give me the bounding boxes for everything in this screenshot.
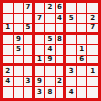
cell-r8c6[interactable]: 2 — [56, 77, 67, 88]
cell-r4c2[interactable]: 9 — [14, 35, 25, 46]
cell-r6c7[interactable] — [66, 56, 77, 67]
cell-r3c7[interactable] — [66, 24, 77, 35]
cell-r8c8[interactable] — [77, 77, 88, 88]
cell-r7c7[interactable]: 3 — [66, 66, 77, 77]
sudoku-board: 72674521579585411962314392384 — [0, 0, 101, 101]
cell-r1c8[interactable] — [77, 3, 88, 14]
cell-r1c3[interactable]: 7 — [24, 3, 35, 14]
cell-r9c6[interactable] — [56, 87, 67, 98]
cell-r4c8[interactable] — [77, 35, 88, 46]
cell-r5c2[interactable]: 5 — [14, 45, 25, 56]
cell-r6c8[interactable]: 6 — [77, 56, 88, 67]
cell-r2c7[interactable]: 5 — [66, 14, 77, 25]
cell-r6c9[interactable] — [87, 56, 98, 67]
cell-r4c7[interactable] — [66, 35, 77, 46]
cell-r5c9[interactable] — [87, 45, 98, 56]
cell-r4c3[interactable] — [24, 35, 35, 46]
cell-r6c4[interactable]: 1 — [35, 56, 46, 67]
cell-r2c8[interactable] — [77, 14, 88, 25]
cell-r8c9[interactable] — [87, 77, 98, 88]
cell-r2c4[interactable]: 7 — [35, 14, 46, 25]
cell-r4c9[interactable] — [87, 35, 98, 46]
cell-r5c3[interactable] — [24, 45, 35, 56]
cell-r3c5[interactable] — [45, 24, 56, 35]
cell-r3c9[interactable]: 7 — [87, 24, 98, 35]
cell-r9c3[interactable] — [24, 87, 35, 98]
cell-r8c1[interactable]: 4 — [3, 77, 14, 88]
cell-r5c1[interactable] — [3, 45, 14, 56]
cell-r7c9[interactable]: 1 — [87, 66, 98, 77]
cell-r3c6[interactable] — [56, 24, 67, 35]
cell-r7c3[interactable] — [24, 66, 35, 77]
cell-r4c5[interactable]: 5 — [45, 35, 56, 46]
cell-r9c7[interactable]: 4 — [66, 87, 77, 98]
cell-r4c6[interactable]: 8 — [56, 35, 67, 46]
cell-r3c4[interactable] — [35, 24, 46, 35]
cell-r9c4[interactable]: 3 — [35, 87, 46, 98]
cell-r4c4[interactable] — [35, 35, 46, 46]
cell-r3c2[interactable] — [14, 24, 25, 35]
cell-r6c1[interactable] — [3, 56, 14, 67]
cell-r6c3[interactable] — [24, 56, 35, 67]
cell-r2c5[interactable] — [45, 14, 56, 25]
cell-r1c1[interactable] — [3, 3, 14, 14]
cell-r7c1[interactable]: 2 — [3, 66, 14, 77]
cell-r1c5[interactable]: 2 — [45, 3, 56, 14]
cell-r5c7[interactable] — [66, 45, 77, 56]
cell-r5c6[interactable] — [56, 45, 67, 56]
cell-r3c8[interactable] — [77, 24, 88, 35]
cell-r7c2[interactable] — [14, 66, 25, 77]
cell-r1c4[interactable] — [35, 3, 46, 14]
cell-r7c5[interactable] — [45, 66, 56, 77]
cell-r9c1[interactable] — [3, 87, 14, 98]
cell-r9c5[interactable]: 8 — [45, 87, 56, 98]
cell-r9c8[interactable] — [77, 87, 88, 98]
cell-r7c6[interactable] — [56, 66, 67, 77]
cell-r6c6[interactable] — [56, 56, 67, 67]
cell-r2c2[interactable] — [14, 14, 25, 25]
cell-r1c9[interactable] — [87, 3, 98, 14]
cell-r8c3[interactable]: 3 — [24, 77, 35, 88]
cell-r9c2[interactable] — [14, 87, 25, 98]
cell-r2c6[interactable]: 4 — [56, 14, 67, 25]
cell-r8c7[interactable] — [66, 77, 77, 88]
cell-r9c9[interactable] — [87, 87, 98, 98]
cell-r8c4[interactable]: 9 — [35, 77, 46, 88]
cell-r3c1[interactable]: 1 — [3, 24, 14, 35]
cell-r1c6[interactable]: 6 — [56, 3, 67, 14]
cell-r7c8[interactable] — [77, 66, 88, 77]
cell-r4c1[interactable] — [3, 35, 14, 46]
cell-r3c3[interactable]: 5 — [24, 24, 35, 35]
cell-r7c4[interactable] — [35, 66, 46, 77]
cell-r1c7[interactable] — [66, 3, 77, 14]
cell-r8c2[interactable] — [14, 77, 25, 88]
cell-r6c5[interactable]: 9 — [45, 56, 56, 67]
cell-r6c2[interactable] — [14, 56, 25, 67]
cell-r1c2[interactable] — [14, 3, 25, 14]
cell-r8c5[interactable] — [45, 77, 56, 88]
